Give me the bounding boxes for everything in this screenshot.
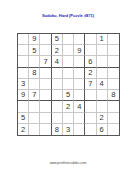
cell-r6c3 — [40, 90, 51, 101]
cell-r6c1: 9 — [18, 90, 29, 101]
cell-r2c7 — [85, 45, 96, 56]
cell-r5c1: 3 — [18, 79, 29, 90]
cell-r3c4: 4 — [52, 56, 63, 67]
cell-r2c4: 2 — [52, 45, 63, 56]
cell-r2c2: 5 — [29, 45, 40, 56]
cell-r4c1 — [18, 68, 29, 79]
cell-r1c9 — [108, 34, 119, 45]
cell-r7c3 — [40, 101, 51, 112]
cell-r5c7: 7 — [85, 79, 96, 90]
cell-r8c5 — [63, 113, 74, 124]
cell-r7c7 — [85, 101, 96, 112]
cell-r2c6: 9 — [74, 45, 85, 56]
cell-r9c5: 3 — [63, 124, 74, 135]
cell-r7c9 — [108, 101, 119, 112]
cell-r8c3 — [40, 113, 51, 124]
footer-url: www.printfreesudoku.com — [41, 161, 95, 165]
cell-r4c5 — [63, 68, 74, 79]
cell-r8c8: 2 — [97, 113, 108, 124]
cell-r8c2 — [29, 113, 40, 124]
cell-r1c6 — [74, 34, 85, 45]
cell-r7c6: 4 — [74, 101, 85, 112]
cell-r9c1: 2 — [18, 124, 29, 135]
cell-r9c6 — [74, 124, 85, 135]
cell-r9c9 — [108, 124, 119, 135]
cell-r9c8: 6 — [97, 124, 108, 135]
cell-r1c8: 1 — [97, 34, 108, 45]
sudoku-board: 95152974682374975824522836 — [17, 33, 120, 136]
cell-r9c2 — [29, 124, 40, 135]
cell-r8c4 — [52, 113, 63, 124]
cell-r3c7: 6 — [85, 56, 96, 67]
cell-r8c7 — [85, 113, 96, 124]
cell-r6c5: 5 — [63, 90, 74, 101]
cell-r3c5 — [63, 56, 74, 67]
cell-r6c6 — [74, 90, 85, 101]
cell-r1c3 — [40, 34, 51, 45]
cell-r6c2: 7 — [29, 90, 40, 101]
cell-r9c4: 8 — [52, 124, 63, 135]
page-title: Sudoku, Hard (Puzzle #871) — [34, 13, 102, 18]
cell-r4c3 — [40, 68, 51, 79]
cell-r2c1 — [18, 45, 29, 56]
cell-r8c9 — [108, 113, 119, 124]
cell-r4c7: 2 — [85, 68, 96, 79]
cell-r1c4: 5 — [52, 34, 63, 45]
cell-r1c2: 9 — [29, 34, 40, 45]
cell-r5c8: 4 — [97, 79, 108, 90]
cell-r7c8 — [97, 101, 108, 112]
cell-r5c3 — [40, 79, 51, 90]
cell-r1c1 — [18, 34, 29, 45]
cell-r6c8 — [97, 90, 108, 101]
cell-r4c6 — [74, 68, 85, 79]
cell-r5c2 — [29, 79, 40, 90]
cell-r1c5 — [63, 34, 74, 45]
cell-r4c9 — [108, 68, 119, 79]
cell-r1c7 — [85, 34, 96, 45]
cell-r3c6 — [74, 56, 85, 67]
cell-r4c4 — [52, 68, 63, 79]
cell-r5c5 — [63, 79, 74, 90]
cell-r8c1: 5 — [18, 113, 29, 124]
cell-r6c4 — [52, 90, 63, 101]
cell-r7c2 — [29, 101, 40, 112]
cell-r2c3 — [40, 45, 51, 56]
cell-r8c6 — [74, 113, 85, 124]
cell-r6c7 — [85, 90, 96, 101]
cell-r4c2: 8 — [29, 68, 40, 79]
cell-r2c5 — [63, 45, 74, 56]
cell-r9c3 — [40, 124, 51, 135]
cell-r9c7 — [85, 124, 96, 135]
cell-r3c2 — [29, 56, 40, 67]
cell-r3c9 — [108, 56, 119, 67]
cell-r3c3: 7 — [40, 56, 51, 67]
cell-r7c4 — [52, 101, 63, 112]
cell-r2c8 — [97, 45, 108, 56]
cell-r7c1 — [18, 101, 29, 112]
cell-r5c6 — [74, 79, 85, 90]
cell-r7c5: 2 — [63, 101, 74, 112]
cell-r4c8 — [97, 68, 108, 79]
cell-r3c1 — [18, 56, 29, 67]
cell-r5c4 — [52, 79, 63, 90]
cell-r3c8 — [97, 56, 108, 67]
cell-r2c9 — [108, 45, 119, 56]
cell-r6c9: 8 — [108, 90, 119, 101]
cell-r5c9 — [108, 79, 119, 90]
